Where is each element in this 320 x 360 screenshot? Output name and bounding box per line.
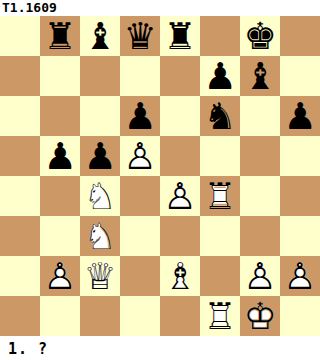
- square-d5[interactable]: ♟♙: [120, 136, 160, 176]
- piece-white-pawn[interactable]: ♟♙: [240, 256, 280, 296]
- square-f4[interactable]: ♜♖: [200, 176, 240, 216]
- piece-white-bishop[interactable]: ♝♗: [160, 256, 200, 296]
- piece-black-pawn[interactable]: ♟: [120, 96, 160, 136]
- square-e5[interactable]: [160, 136, 200, 176]
- square-a5[interactable]: [0, 136, 40, 176]
- square-c5[interactable]: ♟: [80, 136, 120, 176]
- square-a8[interactable]: [0, 16, 40, 56]
- white-pawn-outline-icon: ♙: [280, 256, 320, 296]
- square-c1[interactable]: [80, 296, 120, 336]
- square-d2[interactable]: [120, 256, 160, 296]
- square-d1[interactable]: [120, 296, 160, 336]
- square-f8[interactable]: [200, 16, 240, 56]
- square-a4[interactable]: [0, 176, 40, 216]
- square-c4[interactable]: ♞♘: [80, 176, 120, 216]
- white-rook-outline-icon: ♖: [200, 296, 240, 336]
- square-c8[interactable]: ♝: [80, 16, 120, 56]
- chess-board: ♜♝♛♜♚♟♝♟♞♟♟♟♟♙♞♘♟♙♜♖♞♘♟♙♛♕♝♗♟♙♟♙♜♖♚♔: [0, 16, 320, 336]
- square-g5[interactable]: [240, 136, 280, 176]
- piece-white-queen[interactable]: ♛♕: [80, 256, 120, 296]
- piece-black-bishop[interactable]: ♝: [240, 56, 280, 96]
- square-d7[interactable]: [120, 56, 160, 96]
- piece-black-rook[interactable]: ♜: [40, 16, 80, 56]
- square-b8[interactable]: ♜: [40, 16, 80, 56]
- piece-white-pawn[interactable]: ♟♙: [160, 176, 200, 216]
- piece-white-knight[interactable]: ♞♘: [80, 216, 120, 256]
- square-g4[interactable]: [240, 176, 280, 216]
- square-a2[interactable]: [0, 256, 40, 296]
- square-c2[interactable]: ♛♕: [80, 256, 120, 296]
- square-f5[interactable]: [200, 136, 240, 176]
- square-g3[interactable]: [240, 216, 280, 256]
- black-rook-icon: ♜: [40, 16, 80, 56]
- square-f6[interactable]: ♞: [200, 96, 240, 136]
- white-rook-outline-icon: ♖: [200, 176, 240, 216]
- move-prompt: 1. ?: [0, 336, 320, 360]
- piece-white-pawn[interactable]: ♟♙: [280, 256, 320, 296]
- puzzle-title: T1.1609: [0, 0, 320, 16]
- piece-white-king[interactable]: ♚♔: [240, 296, 280, 336]
- square-d4[interactable]: [120, 176, 160, 216]
- square-c3[interactable]: ♞♘: [80, 216, 120, 256]
- black-queen-icon: ♛: [120, 16, 160, 56]
- square-e6[interactable]: [160, 96, 200, 136]
- piece-black-pawn[interactable]: ♟: [40, 136, 80, 176]
- square-g7[interactable]: ♝: [240, 56, 280, 96]
- piece-black-bishop[interactable]: ♝: [80, 16, 120, 56]
- square-h2[interactable]: ♟♙: [280, 256, 320, 296]
- white-pawn-outline-icon: ♙: [40, 256, 80, 296]
- square-b4[interactable]: [40, 176, 80, 216]
- black-knight-icon: ♞: [200, 96, 240, 136]
- square-e8[interactable]: ♜: [160, 16, 200, 56]
- white-pawn-outline-icon: ♙: [160, 176, 200, 216]
- black-bishop-icon: ♝: [240, 56, 280, 96]
- piece-black-pawn[interactable]: ♟: [200, 56, 240, 96]
- square-b6[interactable]: [40, 96, 80, 136]
- square-a6[interactable]: [0, 96, 40, 136]
- white-pawn-outline-icon: ♙: [240, 256, 280, 296]
- square-f2[interactable]: [200, 256, 240, 296]
- square-h6[interactable]: ♟: [280, 96, 320, 136]
- piece-black-queen[interactable]: ♛: [120, 16, 160, 56]
- square-h5[interactable]: [280, 136, 320, 176]
- square-g1[interactable]: ♚♔: [240, 296, 280, 336]
- white-bishop-outline-icon: ♗: [160, 256, 200, 296]
- piece-white-knight[interactable]: ♞♘: [80, 176, 120, 216]
- square-a1[interactable]: [0, 296, 40, 336]
- square-h8[interactable]: [280, 16, 320, 56]
- piece-black-king[interactable]: ♚: [240, 16, 280, 56]
- white-king-outline-icon: ♔: [240, 296, 280, 336]
- piece-black-pawn[interactable]: ♟: [80, 136, 120, 176]
- piece-white-rook[interactable]: ♜♖: [200, 296, 240, 336]
- square-a7[interactable]: [0, 56, 40, 96]
- black-pawn-icon: ♟: [40, 136, 80, 176]
- square-g8[interactable]: ♚: [240, 16, 280, 56]
- square-a3[interactable]: [0, 216, 40, 256]
- white-knight-outline-icon: ♘: [80, 176, 120, 216]
- square-b7[interactable]: [40, 56, 80, 96]
- square-g6[interactable]: [240, 96, 280, 136]
- square-d6[interactable]: ♟: [120, 96, 160, 136]
- square-c7[interactable]: [80, 56, 120, 96]
- piece-black-knight[interactable]: ♞: [200, 96, 240, 136]
- black-pawn-icon: ♟: [200, 56, 240, 96]
- square-e4[interactable]: ♟♙: [160, 176, 200, 216]
- square-b1[interactable]: [40, 296, 80, 336]
- square-b3[interactable]: [40, 216, 80, 256]
- square-f1[interactable]: ♜♖: [200, 296, 240, 336]
- square-f7[interactable]: ♟: [200, 56, 240, 96]
- piece-white-pawn[interactable]: ♟♙: [120, 136, 160, 176]
- black-pawn-icon: ♟: [280, 96, 320, 136]
- square-h7[interactable]: [280, 56, 320, 96]
- piece-white-pawn[interactable]: ♟♙: [40, 256, 80, 296]
- white-queen-outline-icon: ♕: [80, 256, 120, 296]
- piece-white-rook[interactable]: ♜♖: [200, 176, 240, 216]
- piece-black-rook[interactable]: ♜: [160, 16, 200, 56]
- black-rook-icon: ♜: [160, 16, 200, 56]
- white-knight-outline-icon: ♘: [80, 216, 120, 256]
- square-b2[interactable]: ♟♙: [40, 256, 80, 296]
- square-d8[interactable]: ♛: [120, 16, 160, 56]
- square-e3[interactable]: [160, 216, 200, 256]
- black-bishop-icon: ♝: [80, 16, 120, 56]
- square-h1[interactable]: [280, 296, 320, 336]
- square-e7[interactable]: [160, 56, 200, 96]
- square-h4[interactable]: [280, 176, 320, 216]
- square-d3[interactable]: [120, 216, 160, 256]
- square-e1[interactable]: [160, 296, 200, 336]
- square-f3[interactable]: [200, 216, 240, 256]
- square-h3[interactable]: [280, 216, 320, 256]
- square-b5[interactable]: ♟: [40, 136, 80, 176]
- square-c6[interactable]: [80, 96, 120, 136]
- black-pawn-icon: ♟: [80, 136, 120, 176]
- white-pawn-outline-icon: ♙: [120, 136, 160, 176]
- square-g2[interactable]: ♟♙: [240, 256, 280, 296]
- black-pawn-icon: ♟: [120, 96, 160, 136]
- square-e2[interactable]: ♝♗: [160, 256, 200, 296]
- piece-black-pawn[interactable]: ♟: [280, 96, 320, 136]
- black-king-icon: ♚: [240, 16, 280, 56]
